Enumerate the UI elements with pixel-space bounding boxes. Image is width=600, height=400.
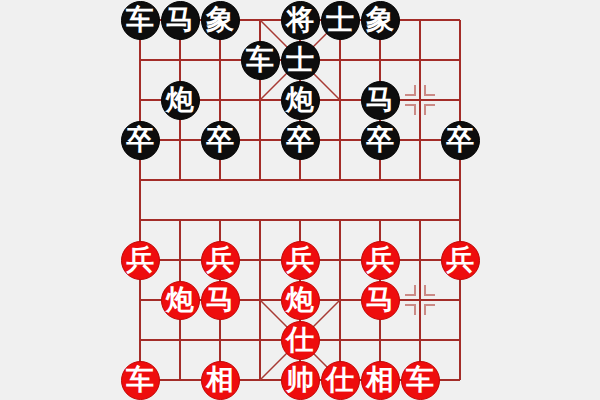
black-chariot[interactable]: 车 [121,1,160,40]
red-soldier[interactable]: 兵 [281,241,320,280]
board-cell-file4-rank6[interactable] [240,200,280,240]
board-cell-file1-rank5[interactable] [120,160,160,200]
black-advisor[interactable]: 士 [321,1,360,40]
board-cell-file3-rank4[interactable]: 卒 [200,120,240,160]
board-cell-file5-rank5[interactable] [280,160,320,200]
black-soldier[interactable]: 卒 [361,121,400,160]
board-cell-file9-rank1[interactable] [440,0,480,40]
red-soldier[interactable]: 兵 [361,241,400,280]
board-cell-file5-rank9[interactable]: 仕 [280,320,320,360]
board-cell-file9-rank3[interactable] [440,80,480,120]
board-cell-file1-rank7[interactable]: 兵 [120,240,160,280]
board-cell-file3-rank10[interactable]: 相 [200,360,240,400]
red-elephant[interactable]: 相 [201,361,240,400]
black-soldier[interactable]: 卒 [121,121,160,160]
board-cell-file1-rank9[interactable] [120,320,160,360]
board-cell-file1-rank1[interactable]: 车 [120,0,160,40]
black-advisor[interactable]: 士 [281,41,320,80]
board-cell-file6-rank2[interactable] [320,40,360,80]
board-cell-file2-rank6[interactable] [160,200,200,240]
board-cell-file3-rank6[interactable] [200,200,240,240]
board-cell-file9-rank10[interactable] [440,360,480,400]
board-cell-file6-rank7[interactable] [320,240,360,280]
red-advisor[interactable]: 仕 [281,321,320,360]
board-cell-file8-rank2[interactable] [400,40,440,80]
board-cell-file7-rank2[interactable] [360,40,400,80]
board-cell-file1-rank8[interactable] [120,280,160,320]
black-general[interactable]: 将 [281,1,320,40]
board-cell-file2-rank1[interactable]: 马 [160,0,200,40]
board-cell-file3-rank9[interactable] [200,320,240,360]
board-cell-file8-rank3[interactable] [400,80,440,120]
black-elephant[interactable]: 象 [361,1,400,40]
red-elephant[interactable]: 相 [361,361,400,400]
board-cell-file9-rank5[interactable] [440,160,480,200]
red-soldier[interactable]: 兵 [201,241,240,280]
board-cell-file2-rank3[interactable]: 炮 [160,80,200,120]
red-cannon[interactable]: 炮 [161,281,200,320]
red-general[interactable]: 帅 [281,361,320,400]
board-cell-file1-rank4[interactable]: 卒 [120,120,160,160]
board-cell-file4-rank4[interactable] [240,120,280,160]
board: 车马象将士象车士炮炮马卒卒卒卒卒兵兵兵兵兵炮马炮马仕车相帅仕相车 [120,0,480,400]
board-cell-file2-rank4[interactable] [160,120,200,160]
board-cell-file4-rank7[interactable] [240,240,280,280]
board-cell-file5-rank1[interactable]: 将 [280,0,320,40]
board-cell-file1-rank3[interactable] [120,80,160,120]
red-advisor[interactable]: 仕 [321,361,360,400]
red-horse[interactable]: 马 [201,281,240,320]
board-cell-file6-rank5[interactable] [320,160,360,200]
black-elephant[interactable]: 象 [201,1,240,40]
board-cell-file6-rank6[interactable] [320,200,360,240]
board-cell-file4-rank1[interactable] [240,0,280,40]
board-cell-file7-rank6[interactable] [360,200,400,240]
board-cell-file7-rank3[interactable]: 马 [360,80,400,120]
board-cell-file9-rank2[interactable] [440,40,480,80]
board-cell-file8-rank5[interactable] [400,160,440,200]
black-soldier[interactable]: 卒 [201,121,240,160]
board-cell-file7-rank7[interactable]: 兵 [360,240,400,280]
board-cell-file3-rank1[interactable]: 象 [200,0,240,40]
red-horse[interactable]: 马 [361,281,400,320]
board-cell-file8-rank8[interactable] [400,280,440,320]
board-cell-file1-rank2[interactable] [120,40,160,80]
red-chariot[interactable]: 车 [401,361,440,400]
red-soldier[interactable]: 兵 [121,241,160,280]
board-cell-file7-rank10[interactable]: 相 [360,360,400,400]
board-cell-file8-rank6[interactable] [400,200,440,240]
board-cell-file3-rank7[interactable]: 兵 [200,240,240,280]
board-cell-file3-rank3[interactable] [200,80,240,120]
board-cell-file4-rank2[interactable]: 车 [240,40,280,80]
board-cell-file6-rank9[interactable] [320,320,360,360]
board-cell-file4-rank3[interactable] [240,80,280,120]
board-cell-file5-rank2[interactable]: 士 [280,40,320,80]
red-soldier[interactable]: 兵 [441,241,480,280]
board-cell-file7-rank8[interactable]: 马 [360,280,400,320]
black-soldier[interactable]: 卒 [281,121,320,160]
board-cell-file9-rank4[interactable]: 卒 [440,120,480,160]
red-cannon[interactable]: 炮 [281,281,320,320]
board-cell-file6-rank8[interactable] [320,280,360,320]
board-cell-file4-rank9[interactable] [240,320,280,360]
board-cell-file2-rank7[interactable] [160,240,200,280]
board-cell-file7-rank9[interactable] [360,320,400,360]
board-cell-file2-rank10[interactable] [160,360,200,400]
board-cell-file9-rank7[interactable]: 兵 [440,240,480,280]
board-cell-file3-rank8[interactable]: 马 [200,280,240,320]
board-cell-file4-rank8[interactable] [240,280,280,320]
board-cell-file9-rank9[interactable] [440,320,480,360]
board-cell-file7-rank5[interactable] [360,160,400,200]
black-soldier[interactable]: 卒 [441,121,480,160]
red-chariot[interactable]: 车 [121,361,160,400]
board-cell-file4-rank10[interactable] [240,360,280,400]
board-cell-file5-rank6[interactable] [280,200,320,240]
board-cell-file1-rank10[interactable]: 车 [120,360,160,400]
xiangqi-board-app: 车马象将士象车士炮炮马卒卒卒卒卒兵兵兵兵兵炮马炮马仕车相帅仕相车 [0,0,600,400]
board-cell-file8-rank9[interactable] [400,320,440,360]
board-cell-file6-rank1[interactable]: 士 [320,0,360,40]
board-cell-file2-rank9[interactable] [160,320,200,360]
board-cell-file5-rank8[interactable]: 炮 [280,280,320,320]
board-cell-file5-rank3[interactable]: 炮 [280,80,320,120]
board-cell-file2-rank5[interactable] [160,160,200,200]
board-cell-file2-rank2[interactable] [160,40,200,80]
board-cell-file6-rank3[interactable] [320,80,360,120]
board-cell-file3-rank2[interactable] [200,40,240,80]
black-cannon[interactable]: 炮 [281,81,320,120]
board-cell-file9-rank8[interactable] [440,280,480,320]
board-cell-file7-rank4[interactable]: 卒 [360,120,400,160]
board-cell-file8-rank7[interactable] [400,240,440,280]
board-cell-file3-rank5[interactable] [200,160,240,200]
board-cell-file5-rank7[interactable]: 兵 [280,240,320,280]
black-cannon[interactable]: 炮 [161,81,200,120]
board-cell-file8-rank4[interactable] [400,120,440,160]
black-horse[interactable]: 马 [161,1,200,40]
board-cell-file9-rank6[interactable] [440,200,480,240]
black-horse[interactable]: 马 [361,81,400,120]
black-chariot[interactable]: 车 [241,41,280,80]
board-cell-file6-rank4[interactable] [320,120,360,160]
board-cell-file8-rank1[interactable] [400,0,440,40]
board-cell-file6-rank10[interactable]: 仕 [320,360,360,400]
board-cell-file7-rank1[interactable]: 象 [360,0,400,40]
board-cell-file1-rank6[interactable] [120,200,160,240]
board-cell-file5-rank4[interactable]: 卒 [280,120,320,160]
board-cell-file4-rank5[interactable] [240,160,280,200]
board-cell-file8-rank10[interactable]: 车 [400,360,440,400]
board-cell-file5-rank10[interactable]: 帅 [280,360,320,400]
board-cell-file2-rank8[interactable]: 炮 [160,280,200,320]
